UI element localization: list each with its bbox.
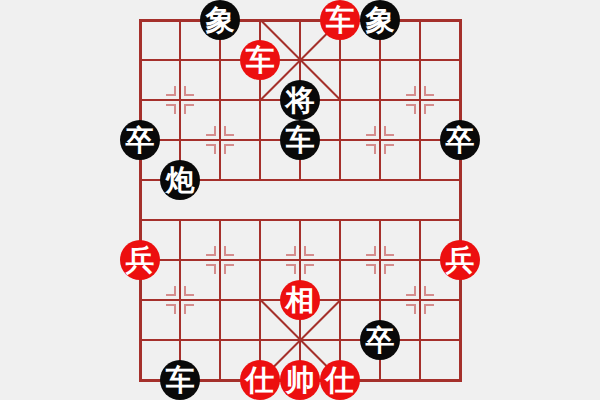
piece-red-chariot[interactable]: 车: [240, 40, 280, 80]
point-mark: [224, 144, 234, 154]
piece-red-soldier[interactable]: 兵: [440, 240, 480, 280]
point-mark: [206, 246, 216, 256]
point-mark: [184, 86, 194, 96]
point-mark: [424, 286, 434, 296]
point-mark: [286, 246, 296, 256]
point-mark: [384, 126, 394, 136]
point-mark: [166, 86, 176, 96]
point-mark: [224, 264, 234, 274]
point-mark: [406, 104, 416, 114]
grid-line-vertical: [379, 19, 381, 181]
point-mark: [366, 246, 376, 256]
grid-line-vertical: [179, 219, 181, 381]
point-mark: [166, 104, 176, 114]
piece-black-general[interactable]: 将: [280, 80, 320, 120]
point-mark: [406, 286, 416, 296]
point-mark: [206, 144, 216, 154]
piece-red-advisor[interactable]: 仕: [240, 360, 280, 400]
point-mark: [224, 246, 234, 256]
xiangqi-board[interactable]: 象车象车将卒车卒炮兵兵相卒车仕帅仕: [0, 0, 600, 400]
point-mark: [366, 264, 376, 274]
piece-black-chariot[interactable]: 车: [160, 360, 200, 400]
point-mark: [286, 264, 296, 274]
point-mark: [384, 264, 394, 274]
point-mark: [424, 304, 434, 314]
piece-red-advisor[interactable]: 仕: [320, 360, 360, 400]
point-mark: [304, 264, 314, 274]
point-mark: [184, 286, 194, 296]
point-mark: [406, 304, 416, 314]
point-mark: [384, 144, 394, 154]
point-mark: [406, 86, 416, 96]
point-mark: [184, 104, 194, 114]
grid-line-vertical: [219, 219, 221, 381]
piece-red-king[interactable]: 帅: [280, 360, 320, 400]
point-mark: [366, 144, 376, 154]
point-mark: [304, 246, 314, 256]
point-mark: [206, 264, 216, 274]
point-mark: [166, 304, 176, 314]
piece-red-chariot[interactable]: 车: [320, 0, 360, 40]
piece-black-soldier[interactable]: 卒: [440, 120, 480, 160]
piece-red-elephant[interactable]: 相: [280, 280, 320, 320]
point-mark: [184, 304, 194, 314]
piece-black-soldier[interactable]: 卒: [360, 320, 400, 360]
point-mark: [424, 104, 434, 114]
point-mark: [424, 86, 434, 96]
grid-line-vertical: [419, 19, 421, 181]
grid-line-vertical: [179, 19, 181, 181]
grid-line-vertical: [419, 219, 421, 381]
screenshot-background: 象车象车将卒车卒炮兵兵相卒车仕帅仕: [0, 0, 600, 400]
point-mark: [366, 126, 376, 136]
piece-black-elephant[interactable]: 象: [360, 0, 400, 40]
point-mark: [166, 286, 176, 296]
grid-line-vertical: [219, 19, 221, 181]
piece-red-soldier[interactable]: 兵: [120, 240, 160, 280]
piece-black-cannon[interactable]: 炮: [160, 160, 200, 200]
point-mark: [206, 126, 216, 136]
piece-black-chariot[interactable]: 车: [280, 120, 320, 160]
point-mark: [384, 246, 394, 256]
point-mark: [224, 126, 234, 136]
piece-black-elephant[interactable]: 象: [200, 0, 240, 40]
piece-black-soldier[interactable]: 卒: [120, 120, 160, 160]
